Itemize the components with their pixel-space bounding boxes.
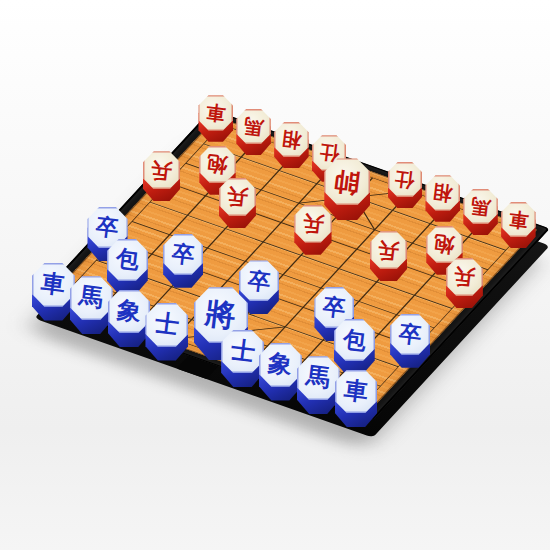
piece-blue-advisor[interactable]: 士 (221, 330, 264, 380)
piece-face: 馬 (463, 189, 498, 224)
piece-character: 象 (116, 298, 143, 325)
piece-character: 車 (40, 271, 67, 298)
piece-face: 象 (108, 290, 151, 334)
piece-blue-soldier[interactable]: 卒 (163, 234, 203, 280)
product-photo-scene: 車馬相仕仕相馬車帥炮炮兵兵兵兵兵卒卒卒卒卒包包將車馬象士士象馬車 (0, 0, 550, 550)
piece-character: 包 (115, 247, 141, 273)
piece-character: 卒 (246, 268, 271, 293)
piece-character: 帥 (333, 168, 362, 197)
piece-blue-chariot[interactable]: 車 (335, 370, 378, 420)
piece-character: 兵 (377, 239, 400, 262)
piece-face: 兵 (294, 205, 331, 243)
piece-character: 卒 (171, 242, 196, 267)
piece-blue-cannon[interactable]: 包 (107, 239, 148, 287)
piece-red-soldier[interactable]: 兵 (143, 151, 180, 194)
piece-character: 馬 (243, 116, 265, 138)
piece-character: 卒 (95, 215, 120, 240)
piece-blue-elephant[interactable]: 象 (259, 343, 302, 393)
piece-red-soldier[interactable]: 兵 (370, 231, 407, 274)
piece-face: 車 (32, 263, 75, 307)
piece-face: 馬 (297, 356, 340, 400)
piece-face: 兵 (219, 178, 256, 216)
piece-character: 仕 (394, 169, 416, 191)
piece-character: 兵 (453, 265, 476, 288)
piece-blue-elephant[interactable]: 象 (108, 290, 151, 340)
piece-face: 馬 (70, 276, 113, 320)
piece-blue-cannon[interactable]: 包 (334, 319, 375, 367)
piece-red-soldier[interactable]: 兵 (446, 258, 483, 301)
piece-character: 士 (229, 338, 256, 365)
piece-face: 兵 (143, 151, 180, 189)
piece-face: 相 (425, 175, 460, 210)
piece-face: 馬 (236, 109, 271, 144)
piece-red-horse[interactable]: 馬 (236, 109, 271, 149)
piece-character: 馬 (470, 196, 492, 218)
piece-blue-horse[interactable]: 馬 (70, 276, 113, 326)
piece-face: 車 (335, 370, 378, 414)
piece-face: 相 (274, 122, 309, 157)
piece-character: 車 (343, 378, 370, 405)
piece-character: 馬 (305, 365, 332, 392)
piece-red-elephant[interactable]: 相 (274, 122, 309, 162)
piece-character: 馬 (78, 285, 105, 312)
piece-blue-soldier[interactable]: 卒 (390, 314, 430, 360)
piece-blue-horse[interactable]: 馬 (297, 356, 340, 406)
piece-character: 兵 (226, 185, 249, 208)
piece-red-soldier[interactable]: 兵 (294, 205, 331, 248)
piece-character: 兵 (150, 159, 173, 182)
piece-red-chariot[interactable]: 車 (198, 95, 233, 135)
piece-face: 卒 (163, 234, 203, 275)
piece-character: 相 (432, 182, 454, 204)
piece-red-chariot[interactable]: 車 (501, 202, 536, 242)
piece-face: 車 (501, 202, 536, 237)
piece-face: 仕 (388, 162, 423, 197)
piece-character: 士 (154, 311, 181, 338)
piece-character: 車 (205, 102, 227, 124)
piece-face: 包 (107, 239, 148, 281)
piece-character: 炮 (433, 233, 456, 256)
piece-face: 士 (221, 330, 264, 374)
piece-blue-chariot[interactable]: 車 (32, 263, 75, 313)
piece-character: 兵 (301, 212, 324, 235)
piece-character: 卒 (322, 295, 347, 320)
piece-face: 兵 (446, 258, 483, 296)
piece-face: 士 (145, 303, 188, 347)
piece-red-advisor[interactable]: 仕 (388, 162, 423, 202)
piece-face: 車 (198, 95, 233, 130)
piece-face: 包 (334, 319, 375, 361)
piece-character: 車 (508, 209, 530, 231)
piece-character: 象 (267, 351, 294, 378)
piece-character: 將 (204, 298, 238, 332)
piece-face: 象 (259, 343, 302, 387)
piece-character: 包 (341, 327, 367, 353)
piece-character: 炮 (206, 153, 229, 176)
piece-red-elephant[interactable]: 相 (425, 175, 460, 215)
piece-face: 兵 (370, 231, 407, 269)
piece-character: 相 (281, 129, 303, 151)
piece-face: 帥 (324, 158, 370, 205)
piece-red-horse[interactable]: 馬 (463, 189, 498, 229)
piece-blue-advisor[interactable]: 士 (145, 303, 188, 353)
piece-red-soldier[interactable]: 兵 (219, 178, 256, 221)
piece-character: 卒 (398, 322, 423, 347)
piece-face: 卒 (390, 314, 430, 355)
